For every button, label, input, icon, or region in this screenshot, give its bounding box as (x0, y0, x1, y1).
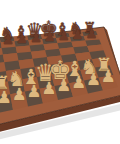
chess-set-product-photo: ♜♞♝♛♚♝♞♜♟♟♟♟♟♟♟♟♜♞♝♛♚♝♞♜♟♟♟♟♟♟♟♟ (0, 0, 120, 144)
piece-dark-pawn-f7: ♟ (58, 28, 70, 43)
piece-dark-pawn-h7: ♟ (85, 26, 97, 41)
piece-light-pawn-h1: ♟ (101, 66, 116, 86)
piece-light-pawn-b1: ♟ (11, 84, 26, 104)
piece-dark-pawn-c7: ♟ (16, 31, 28, 46)
piece-dark-pawn-e7: ♟ (44, 29, 56, 44)
piece-dark-pawn-b7: ♟ (2, 32, 14, 47)
chess-board: ♜♞♝♛♚♝♞♜♟♟♟♟♟♟♟♟♜♞♝♛♚♝♞♜♟♟♟♟♟♟♟♟ (0, 0, 120, 144)
piece-dark-pawn-g7: ♟ (72, 27, 84, 42)
piece-light-pawn-a1: ♟ (0, 87, 12, 107)
piece-light-pawn-f1: ♟ (71, 72, 86, 92)
piece-dark-pawn-d7: ♟ (30, 30, 42, 45)
piece-light-pawn-g1: ♟ (86, 69, 101, 89)
piece-light-pawn-c1: ♟ (26, 81, 41, 101)
piece-light-pawn-d1: ♟ (41, 78, 56, 98)
piece-light-pawn-e1: ♟ (56, 75, 71, 95)
